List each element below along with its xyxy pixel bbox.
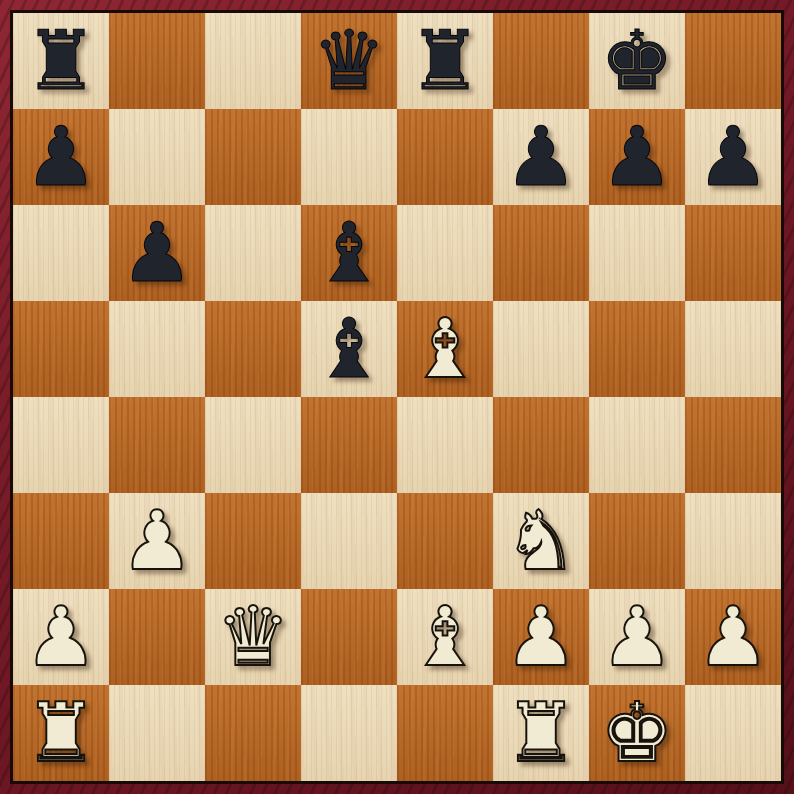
square-e5[interactable]: ♝ bbox=[397, 301, 493, 397]
square-d7[interactable] bbox=[301, 109, 397, 205]
piece-black-queen[interactable]: ♛ bbox=[312, 20, 386, 102]
square-b6[interactable]: ♟ bbox=[109, 205, 205, 301]
piece-black-pawn[interactable]: ♟ bbox=[24, 116, 98, 198]
square-e4[interactable] bbox=[397, 397, 493, 493]
square-g4[interactable] bbox=[589, 397, 685, 493]
square-c3[interactable] bbox=[205, 493, 301, 589]
piece-black-pawn[interactable]: ♟ bbox=[600, 116, 674, 198]
piece-black-bishop[interactable]: ♝ bbox=[312, 308, 386, 390]
square-g2[interactable]: ♟ bbox=[589, 589, 685, 685]
square-h4[interactable] bbox=[685, 397, 781, 493]
square-a7[interactable]: ♟ bbox=[13, 109, 109, 205]
square-g3[interactable] bbox=[589, 493, 685, 589]
square-f1[interactable]: ♜ bbox=[493, 685, 589, 781]
square-e1[interactable] bbox=[397, 685, 493, 781]
square-f6[interactable] bbox=[493, 205, 589, 301]
square-h2[interactable]: ♟ bbox=[685, 589, 781, 685]
square-d6[interactable]: ♝ bbox=[301, 205, 397, 301]
piece-white-pawn[interactable]: ♟ bbox=[504, 596, 578, 678]
square-h3[interactable] bbox=[685, 493, 781, 589]
square-c1[interactable] bbox=[205, 685, 301, 781]
square-b3[interactable]: ♟ bbox=[109, 493, 205, 589]
board-frame: ♜♛♜♚♟♟♟♟♟♝♝♝♟♞♟♛♝♟♟♟♜♜♚ bbox=[0, 0, 794, 794]
board-inner-border: ♜♛♜♚♟♟♟♟♟♝♝♝♟♞♟♛♝♟♟♟♜♜♚ bbox=[10, 10, 784, 784]
square-f8[interactable] bbox=[493, 13, 589, 109]
piece-white-pawn[interactable]: ♟ bbox=[600, 596, 674, 678]
square-h6[interactable] bbox=[685, 205, 781, 301]
piece-white-bishop[interactable]: ♝ bbox=[408, 308, 482, 390]
square-a6[interactable] bbox=[13, 205, 109, 301]
square-d4[interactable] bbox=[301, 397, 397, 493]
square-h5[interactable] bbox=[685, 301, 781, 397]
square-c4[interactable] bbox=[205, 397, 301, 493]
piece-black-bishop[interactable]: ♝ bbox=[312, 212, 386, 294]
piece-black-rook[interactable]: ♜ bbox=[408, 20, 482, 102]
square-d3[interactable] bbox=[301, 493, 397, 589]
square-f4[interactable] bbox=[493, 397, 589, 493]
square-b2[interactable] bbox=[109, 589, 205, 685]
piece-white-knight[interactable]: ♞ bbox=[504, 500, 578, 582]
square-d2[interactable] bbox=[301, 589, 397, 685]
piece-black-pawn[interactable]: ♟ bbox=[120, 212, 194, 294]
square-a2[interactable]: ♟ bbox=[13, 589, 109, 685]
square-c2[interactable]: ♛ bbox=[205, 589, 301, 685]
square-d1[interactable] bbox=[301, 685, 397, 781]
square-a3[interactable] bbox=[13, 493, 109, 589]
square-g7[interactable]: ♟ bbox=[589, 109, 685, 205]
square-e3[interactable] bbox=[397, 493, 493, 589]
square-a4[interactable] bbox=[13, 397, 109, 493]
square-b7[interactable] bbox=[109, 109, 205, 205]
piece-white-pawn[interactable]: ♟ bbox=[24, 596, 98, 678]
square-h7[interactable]: ♟ bbox=[685, 109, 781, 205]
piece-white-rook[interactable]: ♜ bbox=[504, 692, 578, 774]
square-c8[interactable] bbox=[205, 13, 301, 109]
square-g5[interactable] bbox=[589, 301, 685, 397]
square-a8[interactable]: ♜ bbox=[13, 13, 109, 109]
square-d5[interactable]: ♝ bbox=[301, 301, 397, 397]
square-c6[interactable] bbox=[205, 205, 301, 301]
square-d8[interactable]: ♛ bbox=[301, 13, 397, 109]
square-e8[interactable]: ♜ bbox=[397, 13, 493, 109]
piece-white-rook[interactable]: ♜ bbox=[24, 692, 98, 774]
square-f3[interactable]: ♞ bbox=[493, 493, 589, 589]
square-g8[interactable]: ♚ bbox=[589, 13, 685, 109]
piece-white-bishop[interactable]: ♝ bbox=[408, 596, 482, 678]
piece-black-rook[interactable]: ♜ bbox=[24, 20, 98, 102]
square-e2[interactable]: ♝ bbox=[397, 589, 493, 685]
chess-board: ♜♛♜♚♟♟♟♟♟♝♝♝♟♞♟♛♝♟♟♟♜♜♚ bbox=[13, 13, 781, 781]
square-e6[interactable] bbox=[397, 205, 493, 301]
square-b1[interactable] bbox=[109, 685, 205, 781]
square-f7[interactable]: ♟ bbox=[493, 109, 589, 205]
square-f5[interactable] bbox=[493, 301, 589, 397]
square-b4[interactable] bbox=[109, 397, 205, 493]
square-h1[interactable] bbox=[685, 685, 781, 781]
square-f2[interactable]: ♟ bbox=[493, 589, 589, 685]
piece-black-pawn[interactable]: ♟ bbox=[696, 116, 770, 198]
square-b8[interactable] bbox=[109, 13, 205, 109]
piece-white-queen[interactable]: ♛ bbox=[216, 596, 290, 678]
square-g6[interactable] bbox=[589, 205, 685, 301]
piece-white-pawn[interactable]: ♟ bbox=[120, 500, 194, 582]
piece-white-pawn[interactable]: ♟ bbox=[696, 596, 770, 678]
piece-black-king[interactable]: ♚ bbox=[600, 20, 674, 102]
square-e7[interactable] bbox=[397, 109, 493, 205]
piece-black-pawn[interactable]: ♟ bbox=[504, 116, 578, 198]
piece-white-king[interactable]: ♚ bbox=[600, 692, 674, 774]
square-c5[interactable] bbox=[205, 301, 301, 397]
square-g1[interactable]: ♚ bbox=[589, 685, 685, 781]
square-b5[interactable] bbox=[109, 301, 205, 397]
square-a5[interactable] bbox=[13, 301, 109, 397]
square-c7[interactable] bbox=[205, 109, 301, 205]
square-h8[interactable] bbox=[685, 13, 781, 109]
square-a1[interactable]: ♜ bbox=[13, 685, 109, 781]
